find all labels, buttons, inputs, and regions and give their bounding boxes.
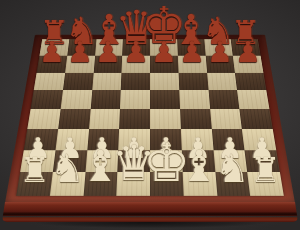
piece-red-pawn-e7[interactable]: ♟ xyxy=(151,38,177,67)
square-f5[interactable] xyxy=(179,90,210,109)
piece-red-pawn-a7[interactable]: ♟ xyxy=(39,38,65,67)
piece-red-pawn-c7[interactable]: ♟ xyxy=(95,38,121,67)
square-f4[interactable] xyxy=(180,109,212,129)
square-b5[interactable] xyxy=(60,90,91,109)
square-h6[interactable] xyxy=(235,72,266,90)
chess-scene: ♜♞♝♛♚♝♞♜♟♟♟♟♟♟♟♟♟♟♟♟♟♟♟♟♜♞♝♛♚♝♞♜ xyxy=(0,0,300,230)
square-g4[interactable] xyxy=(210,109,242,129)
piece-red-pawn-d7[interactable]: ♟ xyxy=(123,38,149,67)
square-d5[interactable] xyxy=(120,90,150,109)
piece-red-pawn-g7[interactable]: ♟ xyxy=(207,38,233,67)
square-c6[interactable] xyxy=(92,72,122,90)
square-c5[interactable] xyxy=(90,90,121,109)
piece-red-pawn-h7[interactable]: ♟ xyxy=(235,38,261,67)
square-h5[interactable] xyxy=(237,90,269,109)
square-d4[interactable] xyxy=(119,109,150,129)
square-b4[interactable] xyxy=(58,109,90,129)
square-f6[interactable] xyxy=(178,72,208,90)
square-e5[interactable] xyxy=(150,90,180,109)
board-front-edge xyxy=(2,202,298,222)
piece-red-pawn-b7[interactable]: ♟ xyxy=(67,38,93,67)
square-g6[interactable] xyxy=(207,72,238,90)
piece-red-pawn-f7[interactable]: ♟ xyxy=(179,38,205,67)
piece-white-knight-g1[interactable]: ♞ xyxy=(215,149,250,188)
square-e6[interactable] xyxy=(150,72,179,90)
square-c4[interactable] xyxy=(89,109,121,129)
square-b6[interactable] xyxy=(63,72,94,90)
square-a5[interactable] xyxy=(31,90,63,109)
square-a6[interactable] xyxy=(34,72,65,90)
square-d6[interactable] xyxy=(121,72,150,90)
square-e4[interactable] xyxy=(150,109,181,129)
square-h4[interactable] xyxy=(240,109,273,129)
piece-white-rook-h1[interactable]: ♜ xyxy=(250,153,281,187)
piece-white-knight-b1[interactable]: ♞ xyxy=(50,149,85,188)
square-a4[interactable] xyxy=(27,109,60,129)
piece-white-rook-a1[interactable]: ♜ xyxy=(19,153,50,187)
square-g5[interactable] xyxy=(208,90,239,109)
piece-white-bishop-f1[interactable]: ♝ xyxy=(180,145,219,188)
